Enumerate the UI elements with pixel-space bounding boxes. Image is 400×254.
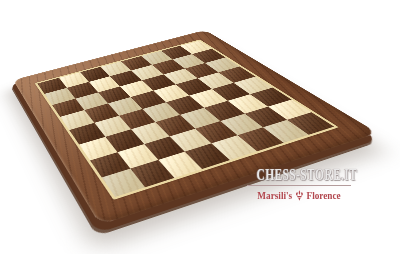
brand-tagline: Marsili's Florence: [249, 189, 348, 201]
board-grid: [37, 41, 334, 197]
store-name: CHESS-STORE.IT: [257, 167, 342, 183]
chess-board: [13, 30, 378, 225]
product-photo: CHESS-STORE.IT Marsili's Florence: [0, 0, 400, 254]
fleur-de-lis-icon: [295, 190, 304, 201]
brand-tagline-left: Marsili's: [257, 189, 292, 201]
board-inlay-border: [35, 39, 339, 199]
brand-tagline-right: Florence: [306, 189, 340, 201]
watermark-divider: [247, 185, 351, 186]
board-frame: [13, 30, 378, 225]
